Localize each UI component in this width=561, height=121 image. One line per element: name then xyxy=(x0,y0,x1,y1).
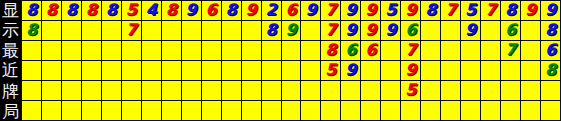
cell-r1c24: 7 xyxy=(481,1,500,20)
cell-r1c2: 8 xyxy=(42,1,61,20)
cell-r5c3 xyxy=(62,81,81,100)
cell-r2c9 xyxy=(182,21,201,40)
cell-r1c25: 8 xyxy=(501,1,520,20)
cell-r4c16: 5 xyxy=(321,61,340,80)
cell-r2c5 xyxy=(102,21,121,40)
cell-r2c19: 9 xyxy=(381,21,400,40)
cell-r4c11 xyxy=(222,61,241,80)
cell-r3c15 xyxy=(301,41,320,60)
cell-r2c7 xyxy=(142,21,161,40)
cell-r6c23 xyxy=(461,101,480,120)
cell-r3c24 xyxy=(481,41,500,60)
cell-r1c12: 9 xyxy=(242,1,261,20)
cell-r6c12 xyxy=(242,101,261,120)
cell-r6c2 xyxy=(42,101,61,120)
cell-r3c23 xyxy=(461,41,480,60)
cell-r3c16: 8 xyxy=(321,41,340,60)
cell-r6c1 xyxy=(22,101,41,120)
cell-r4c6 xyxy=(122,61,141,80)
cell-r5c26 xyxy=(521,81,540,100)
cell-r3c14 xyxy=(282,41,301,60)
cell-r6c22 xyxy=(441,101,460,120)
cell-r4c23 xyxy=(461,61,480,80)
cell-r1c27: 9 xyxy=(541,1,560,20)
cell-r4c22 xyxy=(441,61,460,80)
cell-r4c13 xyxy=(262,61,281,80)
cell-r6c20 xyxy=(401,101,420,120)
cell-r2c13: 8 xyxy=(262,21,281,40)
cell-r6c6 xyxy=(122,101,141,120)
cell-r5c17 xyxy=(341,81,360,100)
cell-r4c27: 8 xyxy=(541,61,560,80)
cell-r4c18 xyxy=(361,61,380,80)
cell-r1c19: 5 xyxy=(381,1,400,20)
cell-r3c3 xyxy=(62,41,81,60)
cell-r5c19 xyxy=(381,81,400,100)
cell-r4c1 xyxy=(22,61,41,80)
cell-r1c11: 8 xyxy=(222,1,241,20)
cell-r6c24 xyxy=(481,101,500,120)
cell-r2c15 xyxy=(301,21,320,40)
cell-r5c6 xyxy=(122,81,141,100)
cell-r3c26 xyxy=(521,41,540,60)
cell-r3c22 xyxy=(441,41,460,60)
cell-r2c3 xyxy=(62,21,81,40)
cell-r2c17: 9 xyxy=(341,21,360,40)
cell-r5c11 xyxy=(222,81,241,100)
cell-r6c15 xyxy=(301,101,320,120)
cell-r4c9 xyxy=(182,61,201,80)
cell-r4c24 xyxy=(481,61,500,80)
cell-r4c5 xyxy=(102,61,121,80)
cell-r2c18: 9 xyxy=(361,21,380,40)
cell-r1c3: 8 xyxy=(62,1,81,20)
cell-r3c21 xyxy=(421,41,440,60)
cell-r2c2 xyxy=(42,21,61,40)
cell-r2c11 xyxy=(222,21,241,40)
cell-r2c21 xyxy=(421,21,440,40)
cell-r2c6: 7 xyxy=(122,21,141,40)
cell-r1c9: 9 xyxy=(182,1,201,20)
cell-r4c3 xyxy=(62,61,81,80)
cell-r3c18: 6 xyxy=(361,41,380,60)
cell-r1c21: 8 xyxy=(421,1,440,20)
cell-r5c9 xyxy=(182,81,201,100)
recent-rounds-board: 显示最近牌局 888885489689269799598757899878979… xyxy=(0,0,561,121)
cell-r1c22: 7 xyxy=(441,1,460,20)
cell-r5c7 xyxy=(142,81,161,100)
cell-r6c18 xyxy=(361,101,380,120)
cell-r3c6 xyxy=(122,41,141,60)
cell-r3c2 xyxy=(42,41,61,60)
cell-r4c15 xyxy=(301,61,320,80)
cell-r5c10 xyxy=(202,81,221,100)
cell-r3c4 xyxy=(82,41,101,60)
cell-r1c13: 2 xyxy=(262,1,281,20)
cell-r2c23: 9 xyxy=(461,21,480,40)
cell-r5c18 xyxy=(361,81,380,100)
board-title-vertical: 显示最近牌局 xyxy=(0,0,21,121)
cell-r6c16 xyxy=(321,101,340,120)
cell-r6c4 xyxy=(82,101,101,120)
cell-r4c2 xyxy=(42,61,61,80)
cell-r2c22 xyxy=(441,21,460,40)
cell-r5c21 xyxy=(421,81,440,100)
cell-r1c18: 9 xyxy=(361,1,380,20)
cell-r5c8 xyxy=(162,81,181,100)
cell-r5c23 xyxy=(461,81,480,100)
cell-r3c13 xyxy=(262,41,281,60)
cell-r3c17: 6 xyxy=(341,41,360,60)
cell-r1c10: 6 xyxy=(202,1,221,20)
cell-r5c2 xyxy=(42,81,61,100)
cell-r5c1 xyxy=(22,81,41,100)
cell-r6c7 xyxy=(142,101,161,120)
cell-r1c6: 5 xyxy=(122,1,141,20)
cell-r1c26: 9 xyxy=(521,1,540,20)
cell-r2c26 xyxy=(521,21,540,40)
cell-r4c10 xyxy=(202,61,221,80)
cell-r2c24 xyxy=(481,21,500,40)
cell-r1c8: 8 xyxy=(162,1,181,20)
cell-r6c8 xyxy=(162,101,181,120)
cell-r3c19 xyxy=(381,41,400,60)
cell-r5c22 xyxy=(441,81,460,100)
cell-r3c12 xyxy=(242,41,261,60)
cell-r4c25 xyxy=(501,61,520,80)
cell-r4c4 xyxy=(82,61,101,80)
cell-r6c13 xyxy=(262,101,281,120)
cell-r1c17: 9 xyxy=(341,1,360,20)
cell-r5c27 xyxy=(541,81,560,100)
cell-r4c21 xyxy=(421,61,440,80)
cell-r2c10 xyxy=(202,21,221,40)
cell-r2c1: 8 xyxy=(22,21,41,40)
cell-r5c12 xyxy=(242,81,261,100)
cell-r6c5 xyxy=(102,101,121,120)
cell-r5c24 xyxy=(481,81,500,100)
cell-r5c5 xyxy=(102,81,121,100)
cell-r2c14: 9 xyxy=(282,21,301,40)
cell-r1c4: 8 xyxy=(82,1,101,20)
cell-r1c20: 9 xyxy=(401,1,420,20)
cell-r5c15 xyxy=(301,81,320,100)
cell-r6c17 xyxy=(341,101,360,120)
cell-r3c9 xyxy=(182,41,201,60)
cell-r4c17: 9 xyxy=(341,61,360,80)
cell-r3c10 xyxy=(202,41,221,60)
cell-r4c20: 9 xyxy=(401,61,420,80)
cell-r6c27 xyxy=(541,101,560,120)
cell-r3c8 xyxy=(162,41,181,60)
cell-r6c11 xyxy=(222,101,241,120)
cell-r4c8 xyxy=(162,61,181,80)
cell-r1c16: 7 xyxy=(321,1,340,20)
cell-r6c9 xyxy=(182,101,201,120)
cell-r3c11 xyxy=(222,41,241,60)
cell-r3c7 xyxy=(142,41,161,60)
cell-r3c27: 6 xyxy=(541,41,560,60)
cell-r1c23: 5 xyxy=(461,1,480,20)
cell-r5c4 xyxy=(82,81,101,100)
cell-r5c14 xyxy=(282,81,301,100)
cell-r3c5 xyxy=(102,41,121,60)
cell-r3c1 xyxy=(22,41,41,60)
cell-r2c12 xyxy=(242,21,261,40)
cell-r6c25 xyxy=(501,101,520,120)
cell-r3c20: 7 xyxy=(401,41,420,60)
cell-r2c8 xyxy=(162,21,181,40)
cell-r4c7 xyxy=(142,61,161,80)
cell-r4c26 xyxy=(521,61,540,80)
cell-r6c19 xyxy=(381,101,400,120)
cell-r2c16: 7 xyxy=(321,21,340,40)
cell-r1c15: 9 xyxy=(301,1,320,20)
cell-r2c27: 8 xyxy=(541,21,560,40)
cell-r2c25: 6 xyxy=(501,21,520,40)
cell-r2c20: 6 xyxy=(401,21,420,40)
cell-r5c20: 5 xyxy=(401,81,420,100)
cell-r5c25 xyxy=(501,81,520,100)
cell-r1c1: 8 xyxy=(22,1,41,20)
cell-r5c13 xyxy=(262,81,281,100)
cell-r4c14 xyxy=(282,61,301,80)
cell-r4c19 xyxy=(381,61,400,80)
cell-r1c7: 4 xyxy=(142,1,161,20)
rounds-grid: 8888854896892697995987578998789799969688… xyxy=(21,0,561,121)
cell-r6c21 xyxy=(421,101,440,120)
cell-r6c10 xyxy=(202,101,221,120)
cell-r4c12 xyxy=(242,61,261,80)
cell-r6c3 xyxy=(62,101,81,120)
cell-r3c25: 7 xyxy=(501,41,520,60)
cell-r1c5: 8 xyxy=(102,1,121,20)
cell-r2c4 xyxy=(82,21,101,40)
cell-r1c14: 6 xyxy=(282,1,301,20)
cell-r6c14 xyxy=(282,101,301,120)
cell-r6c26 xyxy=(521,101,540,120)
cell-r5c16 xyxy=(321,81,340,100)
